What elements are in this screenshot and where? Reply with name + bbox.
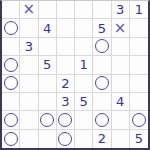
cell-r4c7[interactable]	[112, 56, 130, 74]
cell-r8c1[interactable]	[2, 130, 20, 148]
clue-number: 5	[135, 132, 143, 145]
cell-r7c1[interactable]	[2, 111, 20, 129]
cell-r7c2[interactable]	[20, 111, 38, 129]
cell-r7c4[interactable]	[57, 111, 75, 129]
cell-r1c2[interactable]: ×	[20, 1, 38, 19]
x-mark: ×	[23, 2, 36, 17]
cell-r4c8[interactable]	[130, 56, 148, 74]
clue-number: 3	[116, 3, 124, 16]
cell-r2c5[interactable]	[75, 19, 93, 37]
circle-mark	[40, 113, 54, 127]
cell-r4c3[interactable]: 5	[39, 56, 57, 74]
circle-mark	[4, 21, 18, 35]
cell-r7c5[interactable]	[75, 111, 93, 129]
cell-r3c4[interactable]	[57, 38, 75, 56]
cell-r1c7[interactable]: 3	[112, 1, 130, 19]
cell-r5c3[interactable]	[39, 75, 57, 93]
circle-mark	[95, 76, 109, 90]
cell-r1c1[interactable]	[2, 1, 20, 19]
cell-r7c3[interactable]	[39, 111, 57, 129]
clue-number: 4	[116, 95, 124, 108]
clue-number: 3	[61, 95, 69, 108]
cell-r3c5[interactable]	[75, 38, 93, 56]
cell-r1c8[interactable]: 1	[130, 1, 148, 19]
cell-r5c7[interactable]	[112, 75, 130, 93]
clue-number: 1	[135, 3, 143, 16]
cell-r6c8[interactable]	[130, 93, 148, 111]
cell-r7c7[interactable]	[112, 111, 130, 129]
cell-r1c6[interactable]	[93, 1, 111, 19]
cell-r5c8[interactable]	[130, 75, 148, 93]
circle-mark	[58, 132, 72, 146]
cell-r8c8[interactable]: 5	[130, 130, 148, 148]
cell-r7c8[interactable]	[130, 111, 148, 129]
cell-r4c1[interactable]	[2, 56, 20, 74]
cell-r6c6[interactable]	[93, 93, 111, 111]
cell-r2c8[interactable]	[130, 19, 148, 37]
cell-r1c4[interactable]	[57, 1, 75, 19]
circle-mark	[4, 132, 18, 146]
cell-r5c6[interactable]	[93, 75, 111, 93]
cell-r8c6[interactable]: 2	[93, 130, 111, 148]
cell-r6c1[interactable]	[2, 93, 20, 111]
cell-r2c6[interactable]: 5	[93, 19, 111, 37]
clue-number: 5	[43, 58, 51, 71]
cell-r6c5[interactable]: 5	[75, 93, 93, 111]
cell-r3c6[interactable]	[93, 38, 111, 56]
cell-r8c4[interactable]	[57, 130, 75, 148]
circle-mark	[95, 39, 109, 53]
cell-r1c3[interactable]	[39, 1, 57, 19]
cell-r5c4[interactable]: 2	[57, 75, 75, 93]
cell-r2c2[interactable]	[20, 19, 38, 37]
cell-r5c5[interactable]	[75, 75, 93, 93]
cell-r8c5[interactable]	[75, 130, 93, 148]
cell-r5c2[interactable]	[20, 75, 38, 93]
circle-mark	[132, 113, 146, 127]
cell-r8c3[interactable]	[39, 130, 57, 148]
circle-mark	[4, 58, 18, 72]
clue-number: 1	[79, 58, 87, 71]
cell-r2c1[interactable]	[2, 19, 20, 37]
cell-r7c6[interactable]	[93, 111, 111, 129]
circle-mark	[95, 113, 109, 127]
cell-r4c4[interactable]	[57, 56, 75, 74]
cell-r4c5[interactable]: 1	[75, 56, 93, 74]
cell-r2c7[interactable]: ×	[112, 19, 130, 37]
clue-number: 4	[43, 22, 51, 35]
cell-r4c6[interactable]	[93, 56, 111, 74]
cell-r3c2[interactable]: 3	[20, 38, 38, 56]
cell-r2c4[interactable]	[57, 19, 75, 37]
cell-r5c1[interactable]	[2, 75, 20, 93]
cell-r8c7[interactable]	[112, 130, 130, 148]
clue-number: 2	[98, 132, 106, 145]
clue-number: 3	[25, 40, 33, 53]
cell-r6c3[interactable]	[39, 93, 57, 111]
cell-r3c3[interactable]	[39, 38, 57, 56]
clue-number: 5	[79, 95, 87, 108]
cell-r8c2[interactable]	[20, 130, 38, 148]
circle-mark	[4, 76, 18, 90]
cell-r6c2[interactable]	[20, 93, 38, 111]
clue-number: 5	[98, 22, 106, 35]
cell-r6c7[interactable]: 4	[112, 93, 130, 111]
circle-mark	[4, 113, 18, 127]
cell-r2c3[interactable]: 4	[39, 19, 57, 37]
cell-r3c7[interactable]	[112, 38, 130, 56]
cell-r3c8[interactable]	[130, 38, 148, 56]
cell-r1c5[interactable]	[75, 1, 93, 19]
cell-r3c1[interactable]	[2, 38, 20, 56]
x-mark: ×	[114, 21, 127, 36]
circle-mark	[58, 113, 72, 127]
cell-r4c2[interactable]	[20, 56, 38, 74]
clue-number: 2	[61, 77, 69, 90]
puzzle-board: ×3145×351235425	[0, 0, 150, 150]
cell-r6c4[interactable]: 3	[57, 93, 75, 111]
